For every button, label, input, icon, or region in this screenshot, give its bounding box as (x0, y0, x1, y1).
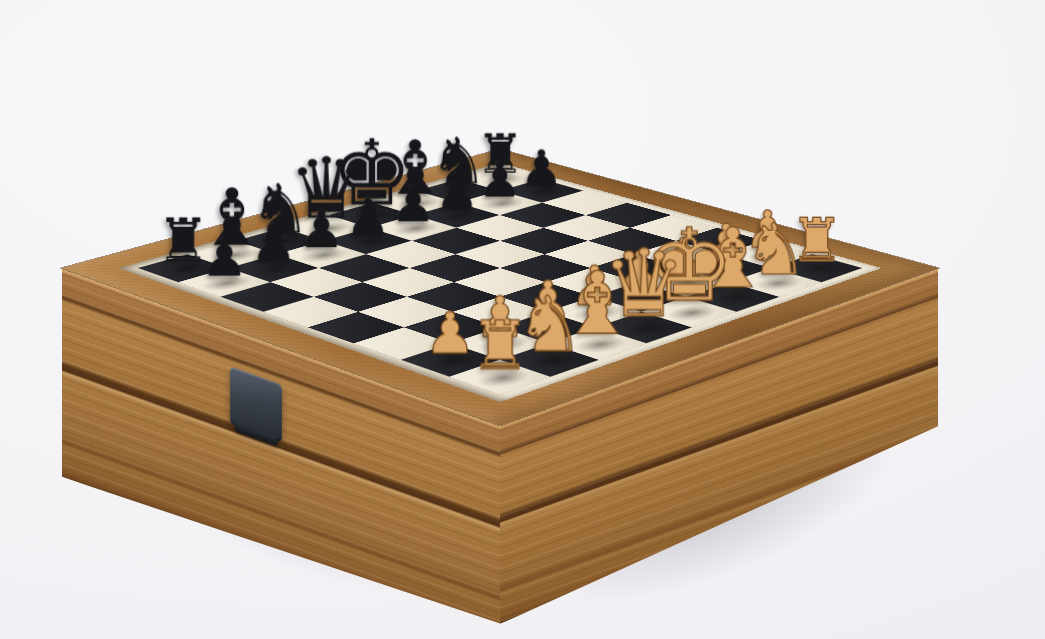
white-rook-a1: ♜ (413, 315, 586, 376)
square-a1: ♜ (450, 360, 551, 395)
box-latch (230, 366, 282, 443)
black-pawn-a7: ♟ (145, 234, 303, 283)
studio-photo-background: ♜♝♞♛♚♝♞♜♟♟♟♟♟♟♟♟♟♟♟♟♟♟♟♟♜♞♝♛♚♝♞♜ (0, 0, 1045, 639)
